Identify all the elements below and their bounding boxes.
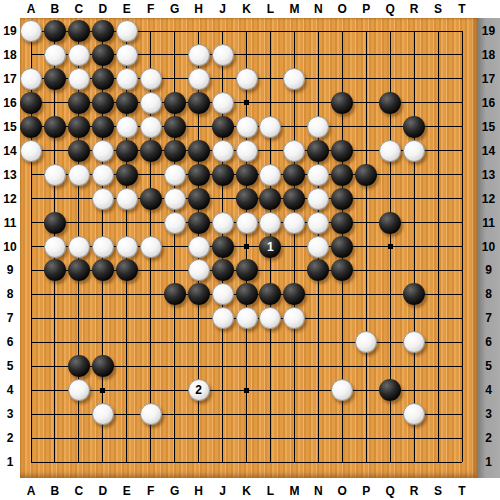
black-stone-O12 xyxy=(331,188,353,210)
white-stone-H17 xyxy=(188,68,210,90)
coord-label-bottom-G: G xyxy=(170,484,179,498)
coord-label-left-8: 8 xyxy=(7,287,14,301)
coord-label-left-11: 11 xyxy=(4,216,17,230)
coord-label-top-M: M xyxy=(289,2,299,16)
coord-label-bottom-P: P xyxy=(362,484,370,498)
black-stone-G14 xyxy=(164,140,186,162)
black-stone-B19 xyxy=(44,20,66,42)
coord-label-top-N: N xyxy=(314,2,323,16)
black-stone-Q16 xyxy=(379,92,401,114)
black-stone-C14 xyxy=(68,140,90,162)
coord-label-top-T: T xyxy=(458,2,465,16)
coord-label-left-2: 2 xyxy=(7,431,14,445)
black-stone-F14 xyxy=(140,140,162,162)
coord-label-bottom-O: O xyxy=(338,484,347,498)
black-stone-D19 xyxy=(92,20,114,42)
black-stone-P13 xyxy=(355,164,377,186)
black-stone-O11 xyxy=(331,212,353,234)
black-stone-K8 xyxy=(236,283,258,305)
white-stone-E18 xyxy=(116,44,138,66)
black-stone-A16 xyxy=(20,92,42,114)
white-stone-H4: 2 xyxy=(188,379,210,401)
white-stone-E15 xyxy=(116,116,138,138)
black-stone-H16 xyxy=(188,92,210,114)
white-stone-C18 xyxy=(68,44,90,66)
white-stone-K15 xyxy=(236,116,258,138)
coord-label-right-1: 1 xyxy=(485,455,492,469)
coord-label-right-9: 9 xyxy=(485,263,492,277)
coord-label-right-10: 10 xyxy=(482,240,495,254)
black-stone-O10 xyxy=(331,236,353,258)
coord-label-right-19: 19 xyxy=(482,24,495,38)
coord-label-top-D: D xyxy=(98,2,107,16)
coord-label-top-B: B xyxy=(51,2,60,16)
black-stone-B17 xyxy=(44,68,66,90)
black-stone-A15 xyxy=(20,116,42,138)
coord-label-left-6: 6 xyxy=(7,335,14,349)
go-game-screenshot: 12AABBCCDDEEFFGGHHJJKKLLMMNNOOPPQQRRSSTT… xyxy=(0,0,500,500)
coord-label-top-L: L xyxy=(267,2,274,16)
black-stone-H8 xyxy=(188,283,210,305)
coord-label-bottom-C: C xyxy=(75,484,84,498)
coord-label-bottom-K: K xyxy=(242,484,251,498)
black-stone-L12 xyxy=(259,188,281,210)
coord-label-top-H: H xyxy=(194,2,203,16)
coord-label-bottom-A: A xyxy=(27,484,36,498)
black-stone-B15 xyxy=(44,116,66,138)
coord-label-left-15: 15 xyxy=(3,120,16,134)
coord-label-bottom-H: H xyxy=(194,484,203,498)
black-stone-J15 xyxy=(212,116,234,138)
white-stone-K11 xyxy=(236,212,258,234)
black-stone-N14 xyxy=(307,140,329,162)
coord-label-bottom-E: E xyxy=(123,484,131,498)
white-stone-J7 xyxy=(212,307,234,329)
black-stone-R15 xyxy=(403,116,425,138)
coord-label-left-12: 12 xyxy=(3,192,16,206)
white-stone-E10 xyxy=(116,236,138,258)
coord-label-right-16: 16 xyxy=(482,96,495,110)
black-stone-F12 xyxy=(140,188,162,210)
coord-label-right-8: 8 xyxy=(485,287,492,301)
coord-label-top-R: R xyxy=(410,2,419,16)
white-stone-A17 xyxy=(20,68,42,90)
white-stone-E12 xyxy=(116,188,138,210)
black-stone-D15 xyxy=(92,116,114,138)
coord-label-left-17: 17 xyxy=(3,72,16,86)
white-stone-R14 xyxy=(403,140,425,162)
coord-label-left-3: 3 xyxy=(7,407,14,421)
coord-label-bottom-L: L xyxy=(267,484,274,498)
coord-label-top-G: G xyxy=(170,2,179,16)
black-stone-D18 xyxy=(92,44,114,66)
black-stone-G8 xyxy=(164,283,186,305)
white-stone-J8 xyxy=(212,283,234,305)
black-stone-H13 xyxy=(188,164,210,186)
white-stone-N13 xyxy=(307,164,329,186)
coord-label-bottom-R: R xyxy=(410,484,419,498)
coord-label-top-E: E xyxy=(123,2,131,16)
white-stone-N12 xyxy=(307,188,329,210)
coord-label-right-12: 12 xyxy=(482,192,495,206)
coord-label-right-11: 11 xyxy=(482,216,495,230)
black-stone-C16 xyxy=(68,92,90,114)
white-stone-F15 xyxy=(140,116,162,138)
black-stone-Q11 xyxy=(379,212,401,234)
white-stone-D12 xyxy=(92,188,114,210)
white-stone-E17 xyxy=(116,68,138,90)
coord-label-bottom-N: N xyxy=(314,484,323,498)
white-stone-D13 xyxy=(92,164,114,186)
coord-label-top-J: J xyxy=(219,2,226,16)
white-stone-L13 xyxy=(259,164,281,186)
black-stone-D16 xyxy=(92,92,114,114)
black-stone-K9 xyxy=(236,259,258,281)
black-stone-B11 xyxy=(44,212,66,234)
coord-label-bottom-Q: Q xyxy=(385,484,394,498)
star-point-Q10 xyxy=(388,244,393,249)
white-stone-D14 xyxy=(92,140,114,162)
black-stone-H11 xyxy=(188,212,210,234)
white-stone-J18 xyxy=(212,44,234,66)
black-stone-E16 xyxy=(116,92,138,114)
coord-label-right-7: 7 xyxy=(485,311,492,325)
white-stone-N15 xyxy=(307,116,329,138)
coord-label-bottom-F: F xyxy=(147,484,154,498)
coord-label-top-F: F xyxy=(147,2,154,16)
coord-label-bottom-T: T xyxy=(458,484,465,498)
star-point-D4 xyxy=(100,388,105,393)
black-stone-D17 xyxy=(92,68,114,90)
white-stone-H10 xyxy=(188,236,210,258)
white-stone-C4 xyxy=(68,379,90,401)
white-stone-G11 xyxy=(164,212,186,234)
white-stone-N11 xyxy=(307,212,329,234)
white-stone-B18 xyxy=(44,44,66,66)
coord-label-top-K: K xyxy=(242,2,251,16)
black-stone-O16 xyxy=(331,92,353,114)
white-stone-F10 xyxy=(140,236,162,258)
coord-label-left-18: 18 xyxy=(3,48,16,62)
black-stone-J10 xyxy=(212,236,234,258)
coord-label-right-13: 13 xyxy=(482,168,495,182)
black-stone-C15 xyxy=(68,116,90,138)
coord-label-top-P: P xyxy=(362,2,370,16)
black-stone-K12 xyxy=(236,188,258,210)
white-stone-H9 xyxy=(188,259,210,281)
white-stone-G13 xyxy=(164,164,186,186)
white-stone-C13 xyxy=(68,164,90,186)
white-stone-Q14 xyxy=(379,140,401,162)
white-stone-H18 xyxy=(188,44,210,66)
white-stone-K14 xyxy=(236,140,258,162)
white-stone-L11 xyxy=(259,212,281,234)
white-stone-K7 xyxy=(236,307,258,329)
black-stone-H12 xyxy=(188,188,210,210)
coord-label-top-Q: Q xyxy=(385,2,394,16)
coord-label-right-14: 14 xyxy=(482,144,495,158)
black-stone-J9 xyxy=(212,259,234,281)
white-stone-F16 xyxy=(140,92,162,114)
white-stone-D10 xyxy=(92,236,114,258)
coord-label-left-19: 19 xyxy=(3,24,16,38)
white-stone-C17 xyxy=(68,68,90,90)
black-stone-K13 xyxy=(236,164,258,186)
black-stone-E13 xyxy=(116,164,138,186)
white-stone-J11 xyxy=(212,212,234,234)
black-stone-G16 xyxy=(164,92,186,114)
black-stone-J13 xyxy=(212,164,234,186)
coord-label-right-17: 17 xyxy=(482,72,495,86)
white-stone-J14 xyxy=(212,140,234,162)
white-stone-B10 xyxy=(44,236,66,258)
coord-label-bottom-B: B xyxy=(51,484,60,498)
star-point-K4 xyxy=(244,388,249,393)
coord-label-bottom-M: M xyxy=(289,484,299,498)
coord-label-left-1: 1 xyxy=(7,455,14,469)
coord-label-right-18: 18 xyxy=(482,48,495,62)
coord-label-top-A: A xyxy=(27,2,36,16)
white-stone-A19 xyxy=(20,20,42,42)
white-stone-F3 xyxy=(140,403,162,425)
black-stone-O14 xyxy=(331,140,353,162)
white-stone-M11 xyxy=(283,212,305,234)
move-number-2: 2 xyxy=(195,384,202,396)
coord-label-left-9: 9 xyxy=(7,263,14,277)
white-stone-G12 xyxy=(164,188,186,210)
coord-label-right-6: 6 xyxy=(485,335,492,349)
coord-label-left-14: 14 xyxy=(3,144,16,158)
white-stone-E19 xyxy=(116,20,138,42)
white-stone-K17 xyxy=(236,68,258,90)
black-stone-C5 xyxy=(68,355,90,377)
coord-label-right-4: 4 xyxy=(485,383,492,397)
coord-label-top-S: S xyxy=(434,2,442,16)
coord-label-bottom-D: D xyxy=(98,484,107,498)
black-stone-E14 xyxy=(116,140,138,162)
coord-label-right-2: 2 xyxy=(485,431,492,445)
coord-label-top-O: O xyxy=(338,2,347,16)
white-stone-F17 xyxy=(140,68,162,90)
star-point-K10 xyxy=(244,244,249,249)
white-stone-A14 xyxy=(20,140,42,162)
black-stone-D5 xyxy=(92,355,114,377)
black-stone-L10: 1 xyxy=(259,236,281,258)
white-stone-M14 xyxy=(283,140,305,162)
coord-label-bottom-J: J xyxy=(219,484,226,498)
white-stone-C10 xyxy=(68,236,90,258)
black-stone-G15 xyxy=(164,116,186,138)
move-number-1: 1 xyxy=(267,241,274,253)
black-stone-H14 xyxy=(188,140,210,162)
coord-label-left-7: 7 xyxy=(7,311,14,325)
coord-label-right-15: 15 xyxy=(482,120,495,134)
white-stone-N10 xyxy=(307,236,329,258)
coord-label-right-3: 3 xyxy=(485,407,492,421)
coord-label-top-C: C xyxy=(75,2,84,16)
black-stone-O13 xyxy=(331,164,353,186)
black-stone-C19 xyxy=(68,20,90,42)
coord-label-left-10: 10 xyxy=(3,240,16,254)
coord-label-right-5: 5 xyxy=(485,359,492,373)
white-stone-D3 xyxy=(92,403,114,425)
black-stone-M12 xyxy=(283,188,305,210)
coord-label-left-13: 13 xyxy=(3,168,16,182)
coord-label-bottom-S: S xyxy=(434,484,442,498)
coord-label-left-5: 5 xyxy=(7,359,14,373)
white-stone-B13 xyxy=(44,164,66,186)
star-point-K16 xyxy=(244,100,249,105)
white-stone-J16 xyxy=(212,92,234,114)
coord-label-left-16: 16 xyxy=(3,96,16,110)
coord-label-left-4: 4 xyxy=(7,383,14,397)
black-stone-M13 xyxy=(283,164,305,186)
